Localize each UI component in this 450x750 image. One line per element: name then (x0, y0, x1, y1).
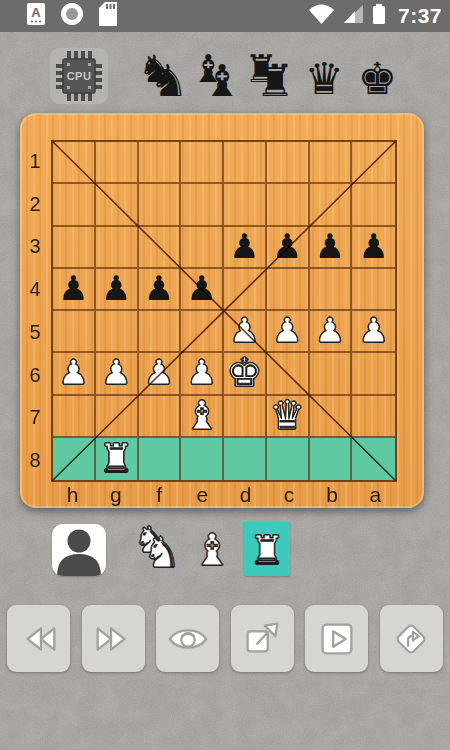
white-rook: ♜ (249, 530, 285, 570)
square-g2[interactable] (96, 184, 139, 226)
status-bar: A (0, 0, 450, 32)
white-pawn: ♟ (58, 355, 88, 389)
square-h8[interactable] (53, 438, 96, 480)
square-a6[interactable] (352, 353, 395, 395)
square-a8[interactable] (352, 438, 395, 480)
square-e8[interactable] (181, 438, 224, 480)
square-c6[interactable] (267, 353, 310, 395)
black-pawn: ♟ (229, 229, 259, 263)
square-c7[interactable]: ♛ (267, 396, 310, 438)
square-f7[interactable] (139, 396, 182, 438)
row-label-5: 5 (22, 311, 48, 354)
square-h6[interactable]: ♟ (53, 353, 96, 395)
col-labels: hgfedcba (51, 481, 397, 508)
square-e5[interactable] (181, 311, 224, 353)
square-d4[interactable] (224, 269, 267, 311)
square-b1[interactable] (310, 142, 353, 184)
svg-text:A: A (31, 5, 41, 20)
white-hand-rook[interactable]: ♜ (244, 522, 290, 576)
col-label-f: f (138, 481, 181, 508)
square-a5[interactable]: ♟ (352, 311, 395, 353)
white-pawn: ♟ (101, 355, 131, 389)
battery-icon (372, 3, 386, 29)
double-left-arrow-icon (16, 616, 62, 662)
share-arrow-icon (239, 616, 285, 662)
black-king: ♚ (358, 57, 397, 101)
white-pawn: ♟ (315, 313, 345, 347)
white-pawn: ♟ (144, 355, 174, 389)
black-knight: ♞ (149, 59, 188, 103)
square-a1[interactable] (352, 142, 395, 184)
square-g8[interactable]: ♜ (96, 438, 139, 480)
white-pawn: ♟ (358, 313, 388, 347)
col-label-d: d (224, 481, 267, 508)
square-f8[interactable] (139, 438, 182, 480)
white-queen: ♛ (269, 395, 305, 435)
square-b8[interactable] (310, 438, 353, 480)
turn-button[interactable] (380, 605, 443, 672)
col-label-h: h (51, 481, 94, 508)
white-knight: ♞ (143, 532, 181, 574)
cellular-signal-icon (343, 4, 364, 28)
black-pawn: ♟ (101, 271, 131, 305)
turn-right-diamond-icon (388, 616, 434, 662)
square-f1[interactable] (139, 142, 182, 184)
row-labels: 12345678 (22, 140, 48, 482)
toolbar (7, 605, 443, 672)
cpu-chip-icon: CPU (50, 46, 108, 110)
white-hand-bishop[interactable]: ♝ (189, 522, 235, 576)
square-d6[interactable]: ♚ (224, 353, 267, 395)
black-bishop: ♝ (202, 59, 241, 103)
col-label-c: c (267, 481, 310, 508)
square-a3[interactable]: ♟ (352, 227, 395, 269)
white-king: ♚ (226, 352, 262, 392)
square-e6[interactable]: ♟ (181, 353, 224, 395)
square-h2[interactable] (53, 184, 96, 226)
square-g1[interactable] (96, 142, 139, 184)
white-bishop: ♝ (184, 395, 220, 435)
square-f6[interactable]: ♟ (139, 353, 182, 395)
row-label-8: 8 (22, 439, 48, 482)
black-hand-queen[interactable]: ♛ (298, 50, 351, 106)
row-label-4: 4 (22, 268, 48, 311)
board-panel: 12345678 hgfedcba ♟♟♟♟♟♟♟♟♟♟♟♟♟♟♟♟♚♝♛♜ (20, 113, 424, 508)
square-d8[interactable] (224, 438, 267, 480)
row-label-7: 7 (22, 397, 48, 440)
clock: 7:37 (398, 4, 442, 28)
black-pawn: ♟ (358, 229, 388, 263)
share-button[interactable] (231, 605, 294, 672)
white-hand-knight[interactable]: ♞♞ (134, 522, 180, 576)
square-a4[interactable] (352, 269, 395, 311)
row-label-6: 6 (22, 354, 48, 397)
rewind-button[interactable] (7, 605, 70, 672)
black-pawn: ♟ (315, 229, 345, 263)
col-label-b: b (311, 481, 354, 508)
square-h5[interactable] (53, 311, 96, 353)
square-b6[interactable] (310, 353, 353, 395)
square-a7[interactable] (352, 396, 395, 438)
record-icon (60, 2, 84, 30)
play-square-icon (314, 616, 360, 662)
square-g3[interactable] (96, 227, 139, 269)
square-e3[interactable] (181, 227, 224, 269)
row-label-1: 1 (22, 140, 48, 183)
square-a2[interactable] (352, 184, 395, 226)
square-e4[interactable]: ♟ (181, 269, 224, 311)
white-rook: ♜ (98, 438, 134, 478)
square-f2[interactable] (139, 184, 182, 226)
square-e7[interactable]: ♝ (181, 396, 224, 438)
row-label-3: 3 (22, 226, 48, 269)
play-button[interactable] (305, 605, 368, 672)
white-pawn: ♟ (272, 313, 302, 347)
square-g6[interactable]: ♟ (96, 353, 139, 395)
black-queen: ♛ (304, 57, 343, 101)
square-b3[interactable]: ♟ (310, 227, 353, 269)
black-hand-rook[interactable]: ♜♜ (244, 50, 297, 106)
square-c5[interactable]: ♟ (267, 311, 310, 353)
square-g4[interactable]: ♟ (96, 269, 139, 311)
input-method-icon: A (26, 2, 46, 30)
white-bishop: ♝ (192, 528, 231, 572)
square-c8[interactable] (267, 438, 310, 480)
col-label-e: e (181, 481, 224, 508)
square-b4[interactable] (310, 269, 353, 311)
eye-icon (165, 616, 211, 662)
square-h3[interactable] (53, 227, 96, 269)
square-d5[interactable]: ♟ (224, 311, 267, 353)
col-label-a: a (354, 481, 397, 508)
black-pawn: ♟ (58, 271, 88, 305)
human-hand-tray: ♞♞♝♜ (134, 522, 290, 578)
black-pawn: ♟ (186, 271, 216, 305)
square-h7[interactable] (53, 396, 96, 438)
double-right-arrow-icon (90, 616, 136, 662)
square-d2[interactable] (224, 184, 267, 226)
square-d1[interactable] (224, 142, 267, 184)
square-b2[interactable] (310, 184, 353, 226)
square-f3[interactable] (139, 227, 182, 269)
square-c4[interactable] (267, 269, 310, 311)
wifi-icon (308, 3, 335, 29)
square-d3[interactable]: ♟ (224, 227, 267, 269)
fast-forward-button[interactable] (82, 605, 145, 672)
show-hint-button[interactable] (156, 605, 219, 672)
col-label-g: g (94, 481, 137, 508)
black-hand-king[interactable]: ♚ (351, 50, 404, 106)
square-h4[interactable]: ♟ (53, 269, 96, 311)
square-h1[interactable] (53, 142, 96, 184)
black-hand-bishop[interactable]: ♝♝ (191, 50, 244, 106)
black-hand-knight[interactable]: ♞♞ (138, 50, 191, 106)
black-pawn: ♟ (272, 229, 302, 263)
square-f5[interactable] (139, 311, 182, 353)
square-d7[interactable] (224, 396, 267, 438)
white-pawn: ♟ (186, 355, 216, 389)
square-f4[interactable]: ♟ (139, 269, 182, 311)
square-c1[interactable] (267, 142, 310, 184)
row-label-2: 2 (22, 183, 48, 226)
square-c2[interactable] (267, 184, 310, 226)
square-e2[interactable] (181, 184, 224, 226)
black-pawn: ♟ (144, 271, 174, 305)
square-b7[interactable] (310, 396, 353, 438)
board-grid: ♟♟♟♟♟♟♟♟♟♟♟♟♟♟♟♟♚♝♛♜ (51, 140, 397, 482)
sd-card-icon (98, 1, 118, 31)
square-g5[interactable] (96, 311, 139, 353)
square-c3[interactable]: ♟ (267, 227, 310, 269)
black-rook: ♜ (255, 59, 294, 103)
square-g7[interactable] (96, 396, 139, 438)
svg-text:CPU: CPU (67, 70, 92, 82)
white-pawn: ♟ (229, 313, 259, 347)
human-avatar (52, 524, 106, 576)
square-b5[interactable]: ♟ (310, 311, 353, 353)
square-e1[interactable] (181, 142, 224, 184)
cpu-hand-tray: ♞♞♝♝♜♜♛♚ (138, 50, 404, 108)
